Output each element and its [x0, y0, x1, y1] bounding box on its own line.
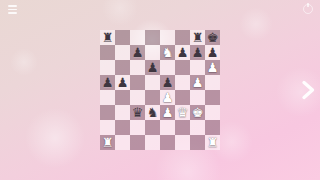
square-c3[interactable]: ♛ [130, 105, 145, 120]
black-rook: ♜ [192, 31, 204, 44]
square-f5[interactable] [175, 75, 190, 90]
restart-stem [307, 3, 308, 7]
menu-bar [8, 12, 17, 14]
black-pawn: ♟ [132, 46, 144, 59]
square-b4[interactable] [115, 90, 130, 105]
square-a2[interactable] [100, 120, 115, 135]
square-f1[interactable] [175, 135, 190, 150]
square-h1[interactable]: ♜ [205, 135, 220, 150]
square-c6[interactable] [130, 60, 145, 75]
square-a3[interactable] [100, 105, 115, 120]
square-g3[interactable]: ♚ [190, 105, 205, 120]
square-c4[interactable] [130, 90, 145, 105]
square-e3[interactable]: ♟ [160, 105, 175, 120]
square-f8[interactable] [175, 30, 190, 45]
square-a7[interactable] [100, 45, 115, 60]
black-queen: ♛ [132, 106, 144, 119]
square-g6[interactable] [190, 60, 205, 75]
square-h3[interactable] [205, 105, 220, 120]
black-king: ♚ [207, 31, 219, 44]
square-b1[interactable] [115, 135, 130, 150]
square-e7[interactable]: ♞ [160, 45, 175, 60]
square-d3[interactable]: ♞ [145, 105, 160, 120]
white-rook: ♜ [207, 136, 219, 149]
black-pawn: ♟ [102, 76, 114, 89]
square-a6[interactable] [100, 60, 115, 75]
white-knight: ♞ [162, 46, 174, 59]
white-king: ♚ [192, 106, 204, 119]
square-c2[interactable] [130, 120, 145, 135]
square-b5[interactable]: ♟ [115, 75, 130, 90]
square-d4[interactable] [145, 90, 160, 105]
square-e1[interactable] [160, 135, 175, 150]
square-h8[interactable]: ♚ [205, 30, 220, 45]
square-a5[interactable]: ♟ [100, 75, 115, 90]
square-d6[interactable]: ♟ [145, 60, 160, 75]
menu-bar [8, 5, 17, 7]
white-pawn: ♟ [192, 76, 204, 89]
square-b8[interactable] [115, 30, 130, 45]
square-e4[interactable]: ♟ [160, 90, 175, 105]
square-h5[interactable] [205, 75, 220, 90]
square-b3[interactable] [115, 105, 130, 120]
square-c5[interactable] [130, 75, 145, 90]
menu-icon[interactable] [8, 5, 17, 14]
square-g5[interactable]: ♟ [190, 75, 205, 90]
square-g4[interactable] [190, 90, 205, 105]
square-e2[interactable] [160, 120, 175, 135]
white-queen: ♛ [177, 106, 189, 119]
square-b6[interactable] [115, 60, 130, 75]
square-e8[interactable] [160, 30, 175, 45]
square-f4[interactable] [175, 90, 190, 105]
square-d2[interactable] [145, 120, 160, 135]
square-h7[interactable]: ♟ [205, 45, 220, 60]
black-pawn: ♟ [117, 76, 129, 89]
black-rook: ♜ [102, 31, 114, 44]
square-e5[interactable]: ♟ [160, 75, 175, 90]
black-pawn: ♟ [162, 76, 174, 89]
black-pawn: ♟ [207, 46, 219, 59]
black-pawn: ♟ [177, 46, 189, 59]
square-h4[interactable] [205, 90, 220, 105]
chevron-right-icon[interactable] [300, 80, 316, 100]
square-c8[interactable] [130, 30, 145, 45]
app-background: ♜♜♚♟♞♟♟♟♟♟♟♟♟♟♟♛♞♟♛♚♜♜ [0, 0, 320, 180]
black-pawn: ♟ [147, 61, 159, 74]
square-e6[interactable] [160, 60, 175, 75]
square-b2[interactable] [115, 120, 130, 135]
square-b7[interactable] [115, 45, 130, 60]
square-g2[interactable] [190, 120, 205, 135]
square-d1[interactable] [145, 135, 160, 150]
square-d5[interactable] [145, 75, 160, 90]
black-pawn: ♟ [192, 46, 204, 59]
white-pawn: ♟ [162, 106, 174, 119]
square-h6[interactable]: ♟ [205, 60, 220, 75]
square-f3[interactable]: ♛ [175, 105, 190, 120]
square-a4[interactable] [100, 90, 115, 105]
restart-icon[interactable] [303, 3, 313, 13]
square-a1[interactable]: ♜ [100, 135, 115, 150]
square-a8[interactable]: ♜ [100, 30, 115, 45]
chess-board: ♜♜♚♟♞♟♟♟♟♟♟♟♟♟♟♛♞♟♛♚♜♜ [100, 30, 220, 150]
square-c1[interactable] [130, 135, 145, 150]
white-pawn: ♟ [162, 91, 174, 104]
square-h2[interactable] [205, 120, 220, 135]
white-pawn: ♟ [207, 61, 219, 74]
square-f6[interactable] [175, 60, 190, 75]
black-knight: ♞ [147, 106, 159, 119]
square-g7[interactable]: ♟ [190, 45, 205, 60]
square-f2[interactable] [175, 120, 190, 135]
square-g1[interactable] [190, 135, 205, 150]
white-rook: ♜ [102, 136, 114, 149]
square-f7[interactable]: ♟ [175, 45, 190, 60]
square-d8[interactable] [145, 30, 160, 45]
square-g8[interactable]: ♜ [190, 30, 205, 45]
square-d7[interactable] [145, 45, 160, 60]
square-c7[interactable]: ♟ [130, 45, 145, 60]
menu-bar [8, 9, 17, 11]
